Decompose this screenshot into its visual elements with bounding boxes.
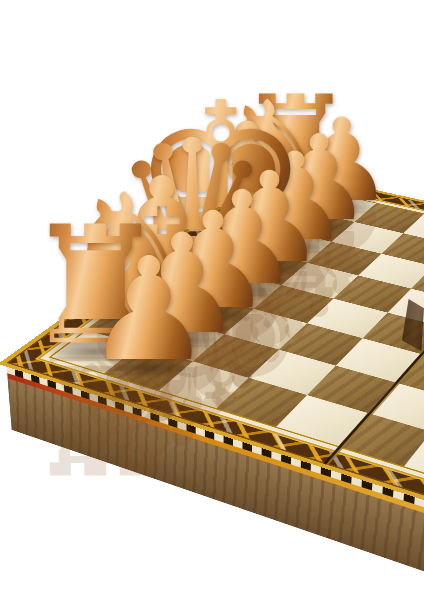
square-a4[interactable] [216, 378, 307, 427]
square-a3[interactable] [159, 361, 249, 408]
chess-set-photo: ♜♜♞♞♝♝♛♛♚♚♝♝♞♞♜♜♟♟♟♟♟♟♟♟♟♟♟♟♟♟♟♟ [0, 0, 424, 600]
square-a7[interactable] [404, 432, 424, 488]
chess-board [0, 167, 424, 548]
square-a5[interactable] [276, 395, 368, 446]
board-scene [0, 0, 424, 600]
square-a6[interactable] [339, 413, 424, 466]
square-b5[interactable] [307, 366, 395, 413]
